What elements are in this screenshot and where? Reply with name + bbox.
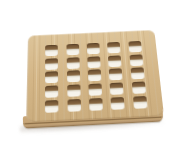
trivet-hole — [67, 71, 80, 83]
trivet-hole — [66, 57, 79, 69]
trivet-hole — [45, 85, 58, 97]
trivet-hole — [66, 44, 79, 55]
trivet-hole — [88, 70, 102, 82]
trivet-hole — [132, 82, 146, 94]
trivet-hole — [87, 56, 100, 68]
trivet-hole — [45, 58, 58, 70]
trivet-hole — [110, 83, 124, 95]
trivet-hole — [67, 84, 80, 96]
trivet-hole — [45, 100, 58, 113]
trivet-hole — [89, 98, 103, 111]
product-photo-scene — [0, 0, 187, 159]
trivet-hole — [87, 43, 100, 54]
trivet-hole — [129, 54, 143, 66]
trivet-hole — [88, 84, 102, 96]
trivet-top-face — [26, 30, 164, 123]
trivet-hole — [130, 68, 144, 80]
trivet-hole — [45, 45, 58, 56]
trivet-hole — [45, 72, 58, 84]
trivet-hole — [107, 42, 120, 53]
trivet-hole — [133, 96, 147, 109]
trivet-hole — [109, 69, 123, 81]
trivet-hole — [111, 97, 125, 110]
trivet-hole — [67, 99, 81, 112]
trivet-hole-grid — [41, 40, 152, 114]
trivet-hole — [108, 55, 122, 67]
trivet-hole — [128, 41, 142, 52]
